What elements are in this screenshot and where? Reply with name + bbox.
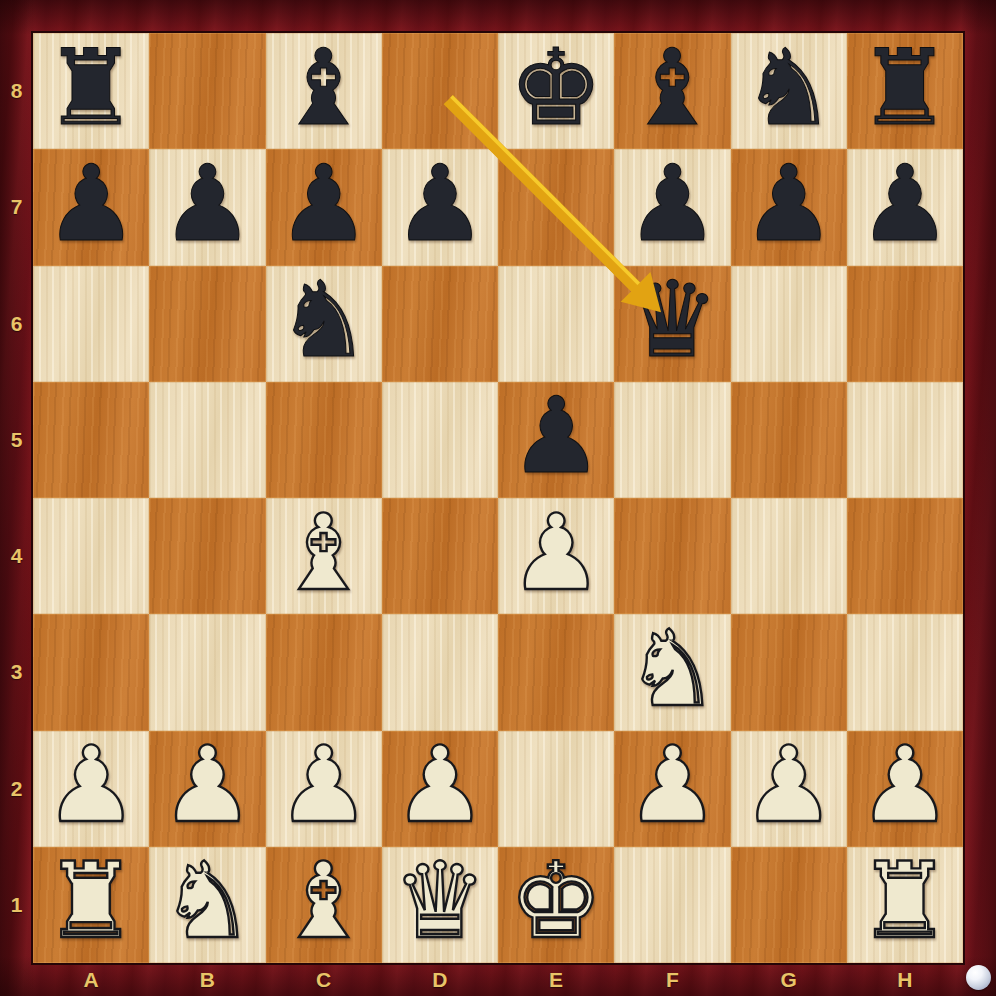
square-d2[interactable]: ♟ [382,731,498,847]
piece-white-rook[interactable]: ♜ [858,849,952,954]
square-h4[interactable] [847,498,963,614]
square-c4[interactable]: ♝ [266,498,382,614]
square-g3[interactable] [731,614,847,730]
square-h2[interactable]: ♟ [847,731,963,847]
piece-white-pawn[interactable]: ♟ [277,733,371,838]
square-d6[interactable] [382,266,498,382]
square-e7[interactable] [498,149,614,265]
piece-black-king[interactable]: ♚ [509,36,603,141]
square-b2[interactable]: ♟ [149,731,265,847]
square-a4[interactable] [33,498,149,614]
piece-white-pawn[interactable]: ♟ [742,733,836,838]
piece-white-rook[interactable]: ♜ [44,849,138,954]
square-e5[interactable]: ♟ [498,382,614,498]
piece-white-pawn[interactable]: ♟ [858,733,952,838]
file-label-h: H [847,963,963,996]
piece-white-bishop[interactable]: ♝ [277,501,371,606]
square-b3[interactable] [149,614,265,730]
square-a3[interactable] [33,614,149,730]
square-c8[interactable]: ♝ [266,33,382,149]
square-e2[interactable] [498,731,614,847]
file-label-e: E [498,963,614,996]
square-h5[interactable] [847,382,963,498]
square-g7[interactable]: ♟ [731,149,847,265]
square-g2[interactable]: ♟ [731,731,847,847]
square-f3[interactable]: ♞ [614,614,730,730]
file-label-d: D [382,963,498,996]
square-d8[interactable] [382,33,498,149]
square-a7[interactable]: ♟ [33,149,149,265]
square-h7[interactable]: ♟ [847,149,963,265]
square-g1[interactable] [731,847,847,963]
piece-white-queen[interactable]: ♛ [393,849,487,954]
file-label-b: B [149,963,265,996]
file-label-g: G [731,963,847,996]
piece-white-pawn[interactable]: ♟ [625,733,719,838]
piece-black-pawn[interactable]: ♟ [44,152,138,257]
square-f6[interactable]: ♛ [614,266,730,382]
square-f7[interactable]: ♟ [614,149,730,265]
piece-black-pawn[interactable]: ♟ [742,152,836,257]
square-e1[interactable]: ♚ [498,847,614,963]
file-label-c: C [266,963,382,996]
square-g4[interactable] [731,498,847,614]
piece-black-queen[interactable]: ♛ [625,268,719,373]
square-a8[interactable]: ♜ [33,33,149,149]
square-a5[interactable] [33,382,149,498]
chessboard-app: ♜♝♚♝♞♜♟♟♟♟♟♟♟♞♛♟♝♟♞♟♟♟♟♟♟♟♜♞♝♛♚♜ 8765432… [0,0,996,996]
piece-white-pawn[interactable]: ♟ [160,733,254,838]
square-b1[interactable]: ♞ [149,847,265,963]
piece-white-king[interactable]: ♚ [509,849,603,954]
square-a1[interactable]: ♜ [33,847,149,963]
piece-white-knight[interactable]: ♞ [160,849,254,954]
rank-label-3: 3 [0,614,33,730]
square-f1[interactable] [614,847,730,963]
piece-black-pawn[interactable]: ♟ [277,152,371,257]
piece-black-knight[interactable]: ♞ [277,268,371,373]
square-f5[interactable] [614,382,730,498]
square-g8[interactable]: ♞ [731,33,847,149]
piece-black-bishop[interactable]: ♝ [625,36,719,141]
square-d5[interactable] [382,382,498,498]
piece-black-pawn[interactable]: ♟ [509,384,603,489]
square-d3[interactable] [382,614,498,730]
square-f8[interactable]: ♝ [614,33,730,149]
square-b4[interactable] [149,498,265,614]
rank-label-4: 4 [0,498,33,614]
piece-white-knight[interactable]: ♞ [625,617,719,722]
square-h8[interactable]: ♜ [847,33,963,149]
piece-black-pawn[interactable]: ♟ [393,152,487,257]
piece-white-pawn[interactable]: ♟ [509,501,603,606]
square-c1[interactable]: ♝ [266,847,382,963]
square-d7[interactable]: ♟ [382,149,498,265]
piece-black-knight[interactable]: ♞ [742,36,836,141]
rank-labels: 87654321 [0,33,33,963]
file-label-a: A [33,963,149,996]
square-h3[interactable] [847,614,963,730]
chess-board: ♜♝♚♝♞♜♟♟♟♟♟♟♟♞♛♟♝♟♞♟♟♟♟♟♟♟♜♞♝♛♚♜ [33,33,963,963]
square-b5[interactable] [149,382,265,498]
square-e8[interactable]: ♚ [498,33,614,149]
piece-white-pawn[interactable]: ♟ [44,733,138,838]
rank-label-7: 7 [0,149,33,265]
square-h1[interactable]: ♜ [847,847,963,963]
rank-label-8: 8 [0,33,33,149]
piece-black-rook[interactable]: ♜ [858,36,952,141]
white-to-move-indicator-icon [966,965,991,990]
square-e6[interactable] [498,266,614,382]
square-a2[interactable]: ♟ [33,731,149,847]
square-a6[interactable] [33,266,149,382]
square-c6[interactable]: ♞ [266,266,382,382]
piece-black-pawn[interactable]: ♟ [625,152,719,257]
square-h6[interactable] [847,266,963,382]
square-d4[interactable] [382,498,498,614]
square-b8[interactable] [149,33,265,149]
square-c7[interactable]: ♟ [266,149,382,265]
square-e3[interactable] [498,614,614,730]
square-c2[interactable]: ♟ [266,731,382,847]
square-b7[interactable]: ♟ [149,149,265,265]
square-c3[interactable] [266,614,382,730]
square-g5[interactable] [731,382,847,498]
square-b6[interactable] [149,266,265,382]
square-f4[interactable] [614,498,730,614]
piece-black-rook[interactable]: ♜ [44,36,138,141]
square-d1[interactable]: ♛ [382,847,498,963]
piece-black-bishop[interactable]: ♝ [277,36,371,141]
file-labels: ABCDEFGH [33,963,963,996]
piece-black-pawn[interactable]: ♟ [160,152,254,257]
rank-label-2: 2 [0,731,33,847]
rank-label-6: 6 [0,266,33,382]
piece-white-bishop[interactable]: ♝ [277,849,371,954]
rank-label-5: 5 [0,382,33,498]
square-g6[interactable] [731,266,847,382]
piece-white-pawn[interactable]: ♟ [393,733,487,838]
file-label-f: F [614,963,730,996]
square-c5[interactable] [266,382,382,498]
square-e4[interactable]: ♟ [498,498,614,614]
piece-black-pawn[interactable]: ♟ [858,152,952,257]
square-f2[interactable]: ♟ [614,731,730,847]
rank-label-1: 1 [0,847,33,963]
